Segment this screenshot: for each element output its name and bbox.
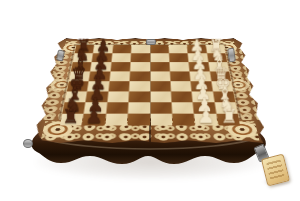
square[interactable] [110,72,130,81]
square[interactable] [105,114,127,125]
chess-piece-wP[interactable]: ♟ [198,107,215,126]
square[interactable] [109,81,129,91]
square[interactable]: ♟ [195,114,218,125]
square[interactable] [150,72,169,81]
square[interactable] [173,114,195,125]
square[interactable] [131,62,150,71]
square[interactable] [150,114,172,125]
square[interactable] [113,45,132,53]
product-photo-scene: ♜♟♟♜♞♟♟♞♝♟♟♝♛♟♟♛♚♟♟♚♝♟♟♝♞♟♟♞♜♟♟♜ [0,0,300,201]
square[interactable] [150,54,169,62]
brand-stamp-icon [266,159,285,179]
checkerboard[interactable]: ♜♟♟♜♞♟♟♞♝♟♟♝♛♟♟♛♚♟♟♚♝♟♟♝♞♟♟♞♜♟♟♜ [60,45,239,119]
square[interactable] [128,103,149,114]
chess-piece-bP[interactable]: ♟ [85,107,102,126]
square[interactable] [131,54,150,62]
square[interactable] [131,45,149,53]
square[interactable] [171,81,191,91]
square[interactable]: ♜ [217,114,240,125]
square[interactable] [130,72,149,81]
square[interactable]: ♟ [83,114,106,125]
square[interactable] [108,92,129,102]
square[interactable] [112,54,131,62]
clasp-knob-icon [23,139,33,148]
chess-piece-bR[interactable]: ♜ [62,107,79,126]
square[interactable] [106,103,128,114]
square[interactable] [150,45,168,53]
square[interactable] [150,92,171,102]
square[interactable] [129,92,150,102]
square[interactable] [169,54,188,62]
square[interactable] [111,62,130,71]
square[interactable] [150,81,170,91]
chess-piece-wR[interactable]: ♜ [220,107,237,126]
square[interactable] [128,114,150,125]
square[interactable] [170,72,190,81]
square[interactable] [170,62,189,71]
square[interactable] [172,103,194,114]
square[interactable] [171,92,192,102]
hinge-icon [146,39,156,45]
square[interactable] [150,62,169,71]
square[interactable] [130,81,150,91]
square[interactable] [150,103,171,114]
square[interactable] [169,45,188,53]
square[interactable]: ♜ [60,114,83,125]
